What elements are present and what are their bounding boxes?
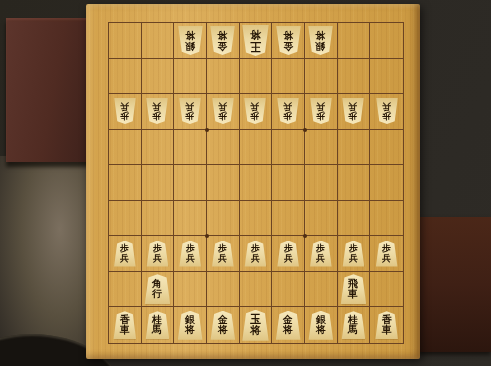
piece-3a-gote-silver[interactable]: 銀将 bbox=[308, 26, 333, 55]
board-square[interactable] bbox=[207, 59, 240, 95]
board-square[interactable]: 歩兵 bbox=[142, 94, 175, 130]
board-square[interactable] bbox=[305, 59, 338, 95]
board-square[interactable] bbox=[109, 272, 142, 308]
board-square[interactable] bbox=[370, 201, 403, 237]
star-point bbox=[303, 234, 307, 238]
board-square[interactable] bbox=[207, 272, 240, 308]
piece-6i-sente-gold[interactable]: 金将 bbox=[210, 311, 235, 340]
board-square[interactable] bbox=[370, 130, 403, 166]
board-square[interactable]: 桂馬 bbox=[338, 307, 371, 343]
board-square[interactable] bbox=[240, 272, 273, 308]
piece-7a-gote-silver[interactable]: 銀将 bbox=[178, 26, 203, 55]
left-piece-stand bbox=[6, 18, 90, 162]
board-square[interactable]: 歩兵 bbox=[338, 94, 371, 130]
board-square[interactable] bbox=[240, 201, 273, 237]
piece-3g-sente-pawn[interactable]: 歩兵 bbox=[310, 241, 332, 267]
board-square[interactable] bbox=[305, 272, 338, 308]
piece-8g-sente-pawn[interactable]: 歩兵 bbox=[146, 241, 168, 267]
board-square[interactable] bbox=[174, 201, 207, 237]
board-square[interactable]: 歩兵 bbox=[109, 236, 142, 272]
scene: 銀将金将王将金将銀将歩兵歩兵歩兵歩兵歩兵歩兵歩兵歩兵歩兵歩兵歩兵歩兵歩兵歩兵歩兵… bbox=[0, 0, 491, 366]
board-square[interactable] bbox=[305, 130, 338, 166]
board-square[interactable]: 飛車 bbox=[338, 272, 371, 308]
board-square[interactable] bbox=[338, 201, 371, 237]
piece-8c-gote-pawn[interactable]: 歩兵 bbox=[146, 98, 168, 124]
board-square[interactable] bbox=[338, 23, 371, 59]
piece-5i-sente-king[interactable]: 玉将 bbox=[242, 310, 269, 341]
board-square[interactable] bbox=[142, 59, 175, 95]
board-square[interactable]: 歩兵 bbox=[207, 236, 240, 272]
board-square[interactable]: 金将 bbox=[272, 23, 305, 59]
piece-9g-sente-pawn[interactable]: 歩兵 bbox=[114, 241, 136, 267]
board-square[interactable] bbox=[240, 165, 273, 201]
board-square[interactable] bbox=[272, 272, 305, 308]
board-square[interactable]: 歩兵 bbox=[240, 236, 273, 272]
board-square[interactable] bbox=[338, 165, 371, 201]
piece-6a-gote-gold[interactable]: 金将 bbox=[210, 26, 235, 55]
board-square[interactable] bbox=[207, 130, 240, 166]
piece-4g-sente-pawn[interactable]: 歩兵 bbox=[277, 241, 299, 267]
board-square[interactable]: 金将 bbox=[207, 307, 240, 343]
board-square[interactable]: 歩兵 bbox=[305, 94, 338, 130]
board-square[interactable] bbox=[370, 165, 403, 201]
board-square[interactable] bbox=[305, 201, 338, 237]
board-square[interactable]: 歩兵 bbox=[240, 94, 273, 130]
piece-2g-sente-pawn[interactable]: 歩兵 bbox=[342, 241, 364, 267]
board-square[interactable]: 歩兵 bbox=[174, 94, 207, 130]
board-square[interactable] bbox=[109, 59, 142, 95]
board-square[interactable]: 香車 bbox=[370, 307, 403, 343]
shogi-board: 銀将金将王将金将銀将歩兵歩兵歩兵歩兵歩兵歩兵歩兵歩兵歩兵歩兵歩兵歩兵歩兵歩兵歩兵… bbox=[86, 4, 420, 359]
piece-7i-sente-silver[interactable]: 銀将 bbox=[178, 311, 203, 340]
board-square[interactable]: 王将 bbox=[240, 23, 273, 59]
board-square[interactable]: 金将 bbox=[272, 307, 305, 343]
piece-5c-gote-pawn[interactable]: 歩兵 bbox=[244, 98, 266, 124]
piece-1i-sente-lance[interactable]: 香車 bbox=[375, 311, 398, 339]
board-grid: 銀将金将王将金将銀将歩兵歩兵歩兵歩兵歩兵歩兵歩兵歩兵歩兵歩兵歩兵歩兵歩兵歩兵歩兵… bbox=[108, 22, 404, 344]
board-square[interactable] bbox=[240, 59, 273, 95]
board-square[interactable]: 銀将 bbox=[174, 307, 207, 343]
board-square[interactable]: 桂馬 bbox=[142, 307, 175, 343]
piece-9c-gote-pawn[interactable]: 歩兵 bbox=[114, 98, 136, 124]
star-point bbox=[303, 128, 307, 132]
board-square[interactable]: 歩兵 bbox=[338, 236, 371, 272]
piece-1c-gote-pawn[interactable]: 歩兵 bbox=[376, 98, 398, 124]
board-square[interactable] bbox=[109, 23, 142, 59]
board-square[interactable] bbox=[272, 59, 305, 95]
board-square[interactable] bbox=[109, 130, 142, 166]
piece-2h-sente-rook[interactable]: 飛車 bbox=[340, 274, 366, 304]
board-square[interactable] bbox=[142, 201, 175, 237]
board-square[interactable] bbox=[272, 201, 305, 237]
board-square[interactable]: 歩兵 bbox=[142, 236, 175, 272]
piece-9i-sente-lance[interactable]: 香車 bbox=[113, 311, 136, 339]
board-square[interactable]: 歩兵 bbox=[272, 94, 305, 130]
board-square[interactable] bbox=[272, 165, 305, 201]
piece-4c-gote-pawn[interactable]: 歩兵 bbox=[277, 98, 299, 124]
board-square[interactable] bbox=[109, 201, 142, 237]
piece-4a-gote-gold[interactable]: 金将 bbox=[276, 26, 301, 55]
piece-7g-sente-pawn[interactable]: 歩兵 bbox=[179, 241, 201, 267]
board-square[interactable]: 香車 bbox=[109, 307, 142, 343]
star-point bbox=[205, 234, 209, 238]
piece-8i-sente-knight[interactable]: 桂馬 bbox=[145, 311, 169, 339]
board-square[interactable] bbox=[240, 130, 273, 166]
piece-5a-gote-king[interactable]: 王将 bbox=[242, 25, 269, 56]
piece-2c-gote-pawn[interactable]: 歩兵 bbox=[342, 98, 364, 124]
board-square[interactable] bbox=[370, 272, 403, 308]
right-piece-stand bbox=[419, 217, 491, 352]
board-square[interactable] bbox=[142, 23, 175, 59]
board-square[interactable]: 歩兵 bbox=[207, 94, 240, 130]
board-square[interactable]: 玉将 bbox=[240, 307, 273, 343]
board-square[interactable] bbox=[370, 23, 403, 59]
board-square[interactable]: 銀将 bbox=[174, 23, 207, 59]
piece-2i-sente-knight[interactable]: 桂馬 bbox=[341, 311, 365, 339]
board-square[interactable] bbox=[338, 130, 371, 166]
board-square[interactable] bbox=[174, 59, 207, 95]
piece-3c-gote-pawn[interactable]: 歩兵 bbox=[310, 98, 332, 124]
piece-3i-sente-silver[interactable]: 銀将 bbox=[308, 311, 333, 340]
board-square[interactable] bbox=[338, 59, 371, 95]
piece-8h-sente-bishop[interactable]: 角行 bbox=[144, 274, 170, 304]
board-square[interactable] bbox=[207, 165, 240, 201]
board-square[interactable] bbox=[207, 201, 240, 237]
board-square[interactable] bbox=[109, 165, 142, 201]
board-square[interactable]: 角行 bbox=[142, 272, 175, 308]
board-square[interactable] bbox=[174, 130, 207, 166]
board-square[interactable]: 歩兵 bbox=[272, 236, 305, 272]
piece-5g-sente-pawn[interactable]: 歩兵 bbox=[244, 241, 266, 267]
star-point bbox=[205, 128, 209, 132]
board-square[interactable] bbox=[272, 130, 305, 166]
board-square[interactable] bbox=[305, 165, 338, 201]
board-square[interactable]: 銀将 bbox=[305, 23, 338, 59]
piece-4i-sente-gold[interactable]: 金将 bbox=[276, 311, 301, 340]
piece-6c-gote-pawn[interactable]: 歩兵 bbox=[212, 98, 234, 124]
board-square[interactable]: 歩兵 bbox=[370, 94, 403, 130]
board-square[interactable] bbox=[370, 59, 403, 95]
board-square[interactable]: 歩兵 bbox=[305, 236, 338, 272]
board-square[interactable] bbox=[174, 272, 207, 308]
piece-6g-sente-pawn[interactable]: 歩兵 bbox=[212, 241, 234, 267]
board-square[interactable] bbox=[174, 165, 207, 201]
board-square[interactable] bbox=[142, 165, 175, 201]
board-square[interactable]: 歩兵 bbox=[370, 236, 403, 272]
board-square[interactable]: 歩兵 bbox=[174, 236, 207, 272]
board-square[interactable]: 金将 bbox=[207, 23, 240, 59]
piece-1g-sente-pawn[interactable]: 歩兵 bbox=[376, 241, 398, 267]
piece-7c-gote-pawn[interactable]: 歩兵 bbox=[179, 98, 201, 124]
board-square[interactable] bbox=[142, 130, 175, 166]
board-square[interactable]: 歩兵 bbox=[109, 94, 142, 130]
board-square[interactable]: 銀将 bbox=[305, 307, 338, 343]
